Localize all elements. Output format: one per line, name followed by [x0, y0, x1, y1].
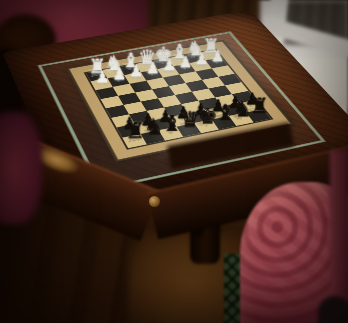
black-bishop[interactable]: ♝: [215, 102, 235, 124]
black-rook[interactable]: ♜: [126, 120, 146, 143]
black-queen[interactable]: ♛: [180, 109, 200, 131]
white-pawn[interactable]: ♟: [195, 52, 209, 67]
red-chair-bottom-left: [0, 112, 42, 224]
dark-corner-object: [318, 296, 348, 323]
black-king[interactable]: ♚: [198, 106, 218, 128]
black-knight[interactable]: ♞: [144, 117, 164, 139]
white-pawn[interactable]: ♟: [162, 58, 176, 73]
white-pawn[interactable]: ♟: [146, 61, 160, 77]
white-pawn[interactable]: ♟: [211, 49, 225, 64]
black-bishop[interactable]: ♝: [162, 113, 182, 135]
chess-table-photograph: ♜♜♞♞♝♝♛♛♚♚♝♝♞♞♜♜♟♟♟♟♟♟♟♟♟♟♟♟♟♟♟♟♟♟♟♟♟♟♟♟…: [0, 0, 348, 323]
white-pawn[interactable]: ♟: [112, 67, 126, 83]
drawer-knob: [149, 196, 160, 207]
white-pawn[interactable]: ♟: [129, 64, 143, 80]
black-rook[interactable]: ♜: [250, 96, 270, 118]
white-pawn[interactable]: ♟: [179, 55, 193, 70]
white-pawn[interactable]: ♟: [96, 70, 110, 86]
black-knight[interactable]: ♞: [233, 99, 253, 121]
